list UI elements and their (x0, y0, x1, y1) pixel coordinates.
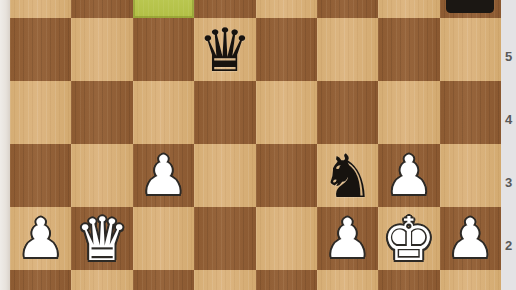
white-pawn[interactable]: ♟ (440, 207, 501, 270)
square-a1[interactable] (10, 270, 71, 290)
square-f5[interactable] (317, 18, 378, 81)
square-c4[interactable] (133, 81, 194, 144)
square-h2[interactable]: ♟ (440, 207, 501, 270)
white-queen[interactable]: ♛ (71, 207, 132, 270)
square-d4[interactable] (194, 81, 255, 144)
black-knight[interactable]: ♞ (317, 144, 378, 207)
square-d5[interactable]: ♛ (194, 18, 255, 81)
white-pawn[interactable]: ♟ (378, 144, 439, 207)
square-e3[interactable] (256, 144, 317, 207)
square-c5[interactable] (133, 18, 194, 81)
white-pawn[interactable]: ♟ (10, 207, 71, 270)
square-a6[interactable] (10, 0, 71, 18)
square-e1[interactable] (256, 270, 317, 290)
square-b5[interactable] (71, 18, 132, 81)
black-pawn-base (446, 0, 494, 13)
square-a2[interactable]: ♟ (10, 207, 71, 270)
square-a4[interactable] (10, 81, 71, 144)
chess-board-viewport: ♛♟♞♟♟♛♟♚♟ 5432 (0, 0, 516, 290)
white-king[interactable]: ♚ (378, 207, 439, 270)
page-background-left (0, 0, 10, 290)
square-d2[interactable] (194, 207, 255, 270)
white-pawn[interactable]: ♟ (317, 207, 378, 270)
chess-board: ♛♟♞♟♟♛♟♚♟ (10, 0, 501, 290)
square-b2[interactable]: ♛ (71, 207, 132, 270)
square-f2[interactable]: ♟ (317, 207, 378, 270)
square-b4[interactable] (71, 81, 132, 144)
square-e5[interactable] (256, 18, 317, 81)
square-c1[interactable] (133, 270, 194, 290)
square-e4[interactable] (256, 81, 317, 144)
black-queen[interactable]: ♛ (194, 18, 255, 81)
square-h6[interactable] (440, 0, 501, 18)
square-g5[interactable] (378, 18, 439, 81)
black-pawn[interactable] (440, 0, 501, 18)
square-b1[interactable] (71, 270, 132, 290)
square-e6[interactable] (256, 0, 317, 18)
square-h4[interactable] (440, 81, 501, 144)
square-g4[interactable] (378, 81, 439, 144)
square-g2[interactable]: ♚ (378, 207, 439, 270)
square-f4[interactable] (317, 81, 378, 144)
rank-coordinates-margin: 5432 (501, 0, 516, 290)
square-f6[interactable] (317, 0, 378, 18)
square-e2[interactable] (256, 207, 317, 270)
square-c6[interactable] (133, 0, 194, 18)
square-b3[interactable] (71, 144, 132, 207)
square-h1[interactable] (440, 270, 501, 290)
square-f3[interactable]: ♞ (317, 144, 378, 207)
white-pawn[interactable]: ♟ (133, 144, 194, 207)
square-g1[interactable] (378, 270, 439, 290)
square-d3[interactable] (194, 144, 255, 207)
square-g6[interactable] (378, 0, 439, 18)
square-b6[interactable] (71, 0, 132, 18)
square-h3[interactable] (440, 144, 501, 207)
square-h5[interactable] (440, 18, 501, 81)
rank-label-5: 5 (505, 48, 512, 63)
rank-label-3: 3 (505, 174, 512, 189)
square-d1[interactable] (194, 270, 255, 290)
rank-label-4: 4 (505, 111, 512, 126)
square-c3[interactable]: ♟ (133, 144, 194, 207)
square-g3[interactable]: ♟ (378, 144, 439, 207)
square-a3[interactable] (10, 144, 71, 207)
rank-label-2: 2 (505, 237, 512, 252)
square-f1[interactable] (317, 270, 378, 290)
square-c2[interactable] (133, 207, 194, 270)
square-a5[interactable] (10, 18, 71, 81)
